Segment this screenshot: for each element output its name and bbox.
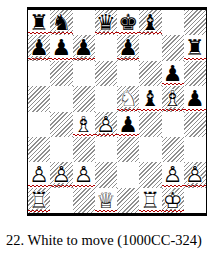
spellcheck-squiggle <box>162 210 184 212</box>
square-d4: ♟♙ <box>95 112 117 137</box>
square-d1: ♛♕ <box>95 188 117 213</box>
spellcheck-squiggle <box>139 210 161 212</box>
square-c2: ♟♙ <box>73 162 95 187</box>
square-e6 <box>117 61 139 86</box>
spellcheck-squiggle <box>117 109 139 111</box>
spellcheck-squiggle <box>95 134 117 136</box>
spellcheck-squiggle <box>50 58 72 60</box>
square-h5: ♟ <box>184 86 206 111</box>
chess-board: ♜♞♛♚♝♟♟♟♟♜♟♞♘♝♝♗♟♝♗♟♙♟♟♙♟♙♟♙♟♙♟♙♜♖♛♕♜♖♚♔ <box>27 7 207 216</box>
square-a5 <box>28 86 50 111</box>
square-c1 <box>73 188 95 213</box>
square-a2: ♟♙ <box>28 162 50 187</box>
spellcheck-squiggle <box>162 185 184 187</box>
square-g3 <box>162 137 184 162</box>
square-f1: ♜♖ <box>139 188 161 213</box>
square-b6 <box>50 61 72 86</box>
square-f4 <box>139 112 161 137</box>
square-b7: ♟ <box>50 35 72 60</box>
square-d5 <box>95 86 117 111</box>
square-f6 <box>139 61 161 86</box>
square-g2: ♟♙ <box>162 162 184 187</box>
spellcheck-squiggle <box>184 58 206 60</box>
spellcheck-squiggle <box>73 134 95 136</box>
spellcheck-squiggle <box>117 58 139 60</box>
spellcheck-squiggle <box>73 58 95 60</box>
square-c3 <box>73 137 95 162</box>
square-g7 <box>162 35 184 60</box>
spellcheck-squiggle <box>184 185 206 187</box>
diagram-caption: 22. White to move (1000CC-324) <box>6 232 202 249</box>
spellcheck-squiggle <box>28 210 50 212</box>
square-a6 <box>28 61 50 86</box>
spellcheck-squiggle <box>139 109 161 111</box>
square-h6 <box>184 61 206 86</box>
spellcheck-squiggle <box>28 58 50 60</box>
square-b1 <box>50 188 72 213</box>
square-f5: ♝ <box>139 86 161 111</box>
square-a1: ♜♖ <box>28 188 50 213</box>
square-c5 <box>73 86 95 111</box>
spellcheck-squiggle <box>95 32 117 34</box>
square-g8 <box>162 10 184 35</box>
spellcheck-squiggle <box>117 32 139 34</box>
square-e2 <box>117 162 139 187</box>
square-f8: ♝ <box>139 10 161 35</box>
square-h7: ♜ <box>184 35 206 60</box>
square-d7 <box>95 35 117 60</box>
square-a4 <box>28 112 50 137</box>
spellcheck-squiggle <box>28 32 50 34</box>
square-g6: ♟ <box>162 61 184 86</box>
square-h1 <box>184 188 206 213</box>
square-c4: ♝♗ <box>73 112 95 137</box>
square-b2: ♟♙ <box>50 162 72 187</box>
square-g1: ♚♔ <box>162 188 184 213</box>
square-f3 <box>139 137 161 162</box>
spellcheck-squiggle <box>162 109 184 111</box>
spellcheck-squiggle <box>162 83 184 85</box>
square-d6 <box>95 61 117 86</box>
square-d8: ♛ <box>95 10 117 35</box>
square-a3 <box>28 137 50 162</box>
square-c6 <box>73 61 95 86</box>
square-c8 <box>73 10 95 35</box>
square-h8 <box>184 10 206 35</box>
square-d2 <box>95 162 117 187</box>
spellcheck-squiggle <box>139 32 161 34</box>
square-b5 <box>50 86 72 111</box>
square-h3 <box>184 137 206 162</box>
chess-diagram: ♜♞♛♚♝♟♟♟♟♜♟♞♘♝♝♗♟♝♗♟♙♟♟♙♟♙♟♙♟♙♟♙♜♖♛♕♜♖♚♔… <box>0 0 215 258</box>
square-e7: ♟ <box>117 35 139 60</box>
spellcheck-squiggle <box>73 185 95 187</box>
square-e3 <box>117 137 139 162</box>
square-b4 <box>50 112 72 137</box>
square-a7: ♟ <box>28 35 50 60</box>
spellcheck-squiggle <box>50 32 72 34</box>
square-h4 <box>184 112 206 137</box>
square-f2 <box>139 162 161 187</box>
square-a8: ♜ <box>28 10 50 35</box>
square-h2: ♟♙ <box>184 162 206 187</box>
square-b3 <box>50 137 72 162</box>
square-e4: ♟ <box>117 112 139 137</box>
square-f7 <box>139 35 161 60</box>
square-b8: ♞ <box>50 10 72 35</box>
spellcheck-squiggle <box>28 185 50 187</box>
square-e8: ♚ <box>117 10 139 35</box>
square-e5: ♞♘ <box>117 86 139 111</box>
spellcheck-squiggle <box>50 185 72 187</box>
square-g4 <box>162 112 184 137</box>
square-e1 <box>117 188 139 213</box>
spellcheck-squiggle <box>95 210 117 212</box>
square-g5: ♝♗ <box>162 86 184 111</box>
spellcheck-squiggle <box>184 109 206 111</box>
square-d3 <box>95 137 117 162</box>
square-c7: ♟ <box>73 35 95 60</box>
spellcheck-squiggle <box>117 134 139 136</box>
